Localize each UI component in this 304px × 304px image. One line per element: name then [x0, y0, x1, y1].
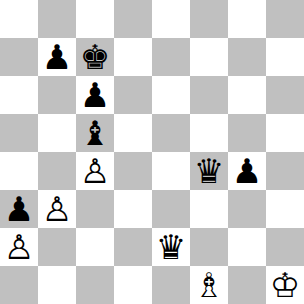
square-c5[interactable]: ♝ [76, 114, 114, 152]
piece-black-king: ♚ [80, 38, 110, 76]
square-g5[interactable] [228, 114, 266, 152]
square-d7[interactable] [114, 38, 152, 76]
square-g4[interactable]: ♟ [228, 152, 266, 190]
square-a5[interactable] [0, 114, 38, 152]
square-f6[interactable] [190, 76, 228, 114]
square-b5[interactable] [38, 114, 76, 152]
square-h4[interactable] [266, 152, 304, 190]
square-e5[interactable] [152, 114, 190, 152]
square-f4[interactable]: ♛ [190, 152, 228, 190]
piece-white-pawn: ♙ [80, 152, 110, 190]
square-a2[interactable]: ♙ [0, 228, 38, 266]
piece-black-queen: ♛ [194, 152, 224, 190]
square-d2[interactable] [114, 228, 152, 266]
square-h3[interactable] [266, 190, 304, 228]
square-h5[interactable] [266, 114, 304, 152]
square-a7[interactable] [0, 38, 38, 76]
square-a6[interactable] [0, 76, 38, 114]
square-f1[interactable]: ♗ [190, 266, 228, 304]
square-b4[interactable] [38, 152, 76, 190]
square-f3[interactable] [190, 190, 228, 228]
square-e7[interactable] [152, 38, 190, 76]
square-a1[interactable] [0, 266, 38, 304]
square-b6[interactable] [38, 76, 76, 114]
piece-black-pawn: ♟ [4, 190, 34, 228]
square-c7[interactable]: ♚ [76, 38, 114, 76]
square-e8[interactable] [152, 0, 190, 38]
square-f5[interactable] [190, 114, 228, 152]
square-b1[interactable] [38, 266, 76, 304]
piece-black-pawn: ♟ [232, 152, 262, 190]
square-d3[interactable] [114, 190, 152, 228]
square-h2[interactable] [266, 228, 304, 266]
square-a3[interactable]: ♟ [0, 190, 38, 228]
piece-white-bishop: ♗ [194, 266, 224, 304]
square-d6[interactable] [114, 76, 152, 114]
piece-white-pawn: ♙ [42, 190, 72, 228]
square-d4[interactable] [114, 152, 152, 190]
square-h8[interactable] [266, 0, 304, 38]
square-b2[interactable] [38, 228, 76, 266]
piece-white-king: ♔ [270, 266, 300, 304]
square-f8[interactable] [190, 0, 228, 38]
square-g7[interactable] [228, 38, 266, 76]
square-c8[interactable] [76, 0, 114, 38]
square-c1[interactable] [76, 266, 114, 304]
square-g6[interactable] [228, 76, 266, 114]
square-h1[interactable]: ♔ [266, 266, 304, 304]
square-g8[interactable] [228, 0, 266, 38]
square-f7[interactable] [190, 38, 228, 76]
square-h6[interactable] [266, 76, 304, 114]
square-g1[interactable] [228, 266, 266, 304]
piece-white-pawn: ♙ [4, 228, 34, 266]
square-e1[interactable] [152, 266, 190, 304]
square-g3[interactable] [228, 190, 266, 228]
square-e4[interactable] [152, 152, 190, 190]
square-a8[interactable] [0, 0, 38, 38]
square-d1[interactable] [114, 266, 152, 304]
square-e6[interactable] [152, 76, 190, 114]
chess-board: ♟♚♟♝♙♛♟♟♙♙♛♗♔ [0, 0, 304, 304]
square-c3[interactable] [76, 190, 114, 228]
square-e2[interactable]: ♛ [152, 228, 190, 266]
square-b8[interactable] [38, 0, 76, 38]
square-d8[interactable] [114, 0, 152, 38]
piece-black-pawn: ♟ [80, 76, 110, 114]
square-e3[interactable] [152, 190, 190, 228]
square-h7[interactable] [266, 38, 304, 76]
square-c2[interactable] [76, 228, 114, 266]
square-d5[interactable] [114, 114, 152, 152]
square-c4[interactable]: ♙ [76, 152, 114, 190]
square-f2[interactable] [190, 228, 228, 266]
square-b3[interactable]: ♙ [38, 190, 76, 228]
square-b7[interactable]: ♟ [38, 38, 76, 76]
piece-black-queen: ♛ [156, 228, 186, 266]
piece-black-pawn: ♟ [42, 38, 72, 76]
piece-black-bishop: ♝ [80, 114, 110, 152]
square-g2[interactable] [228, 228, 266, 266]
square-a4[interactable] [0, 152, 38, 190]
square-c6[interactable]: ♟ [76, 76, 114, 114]
